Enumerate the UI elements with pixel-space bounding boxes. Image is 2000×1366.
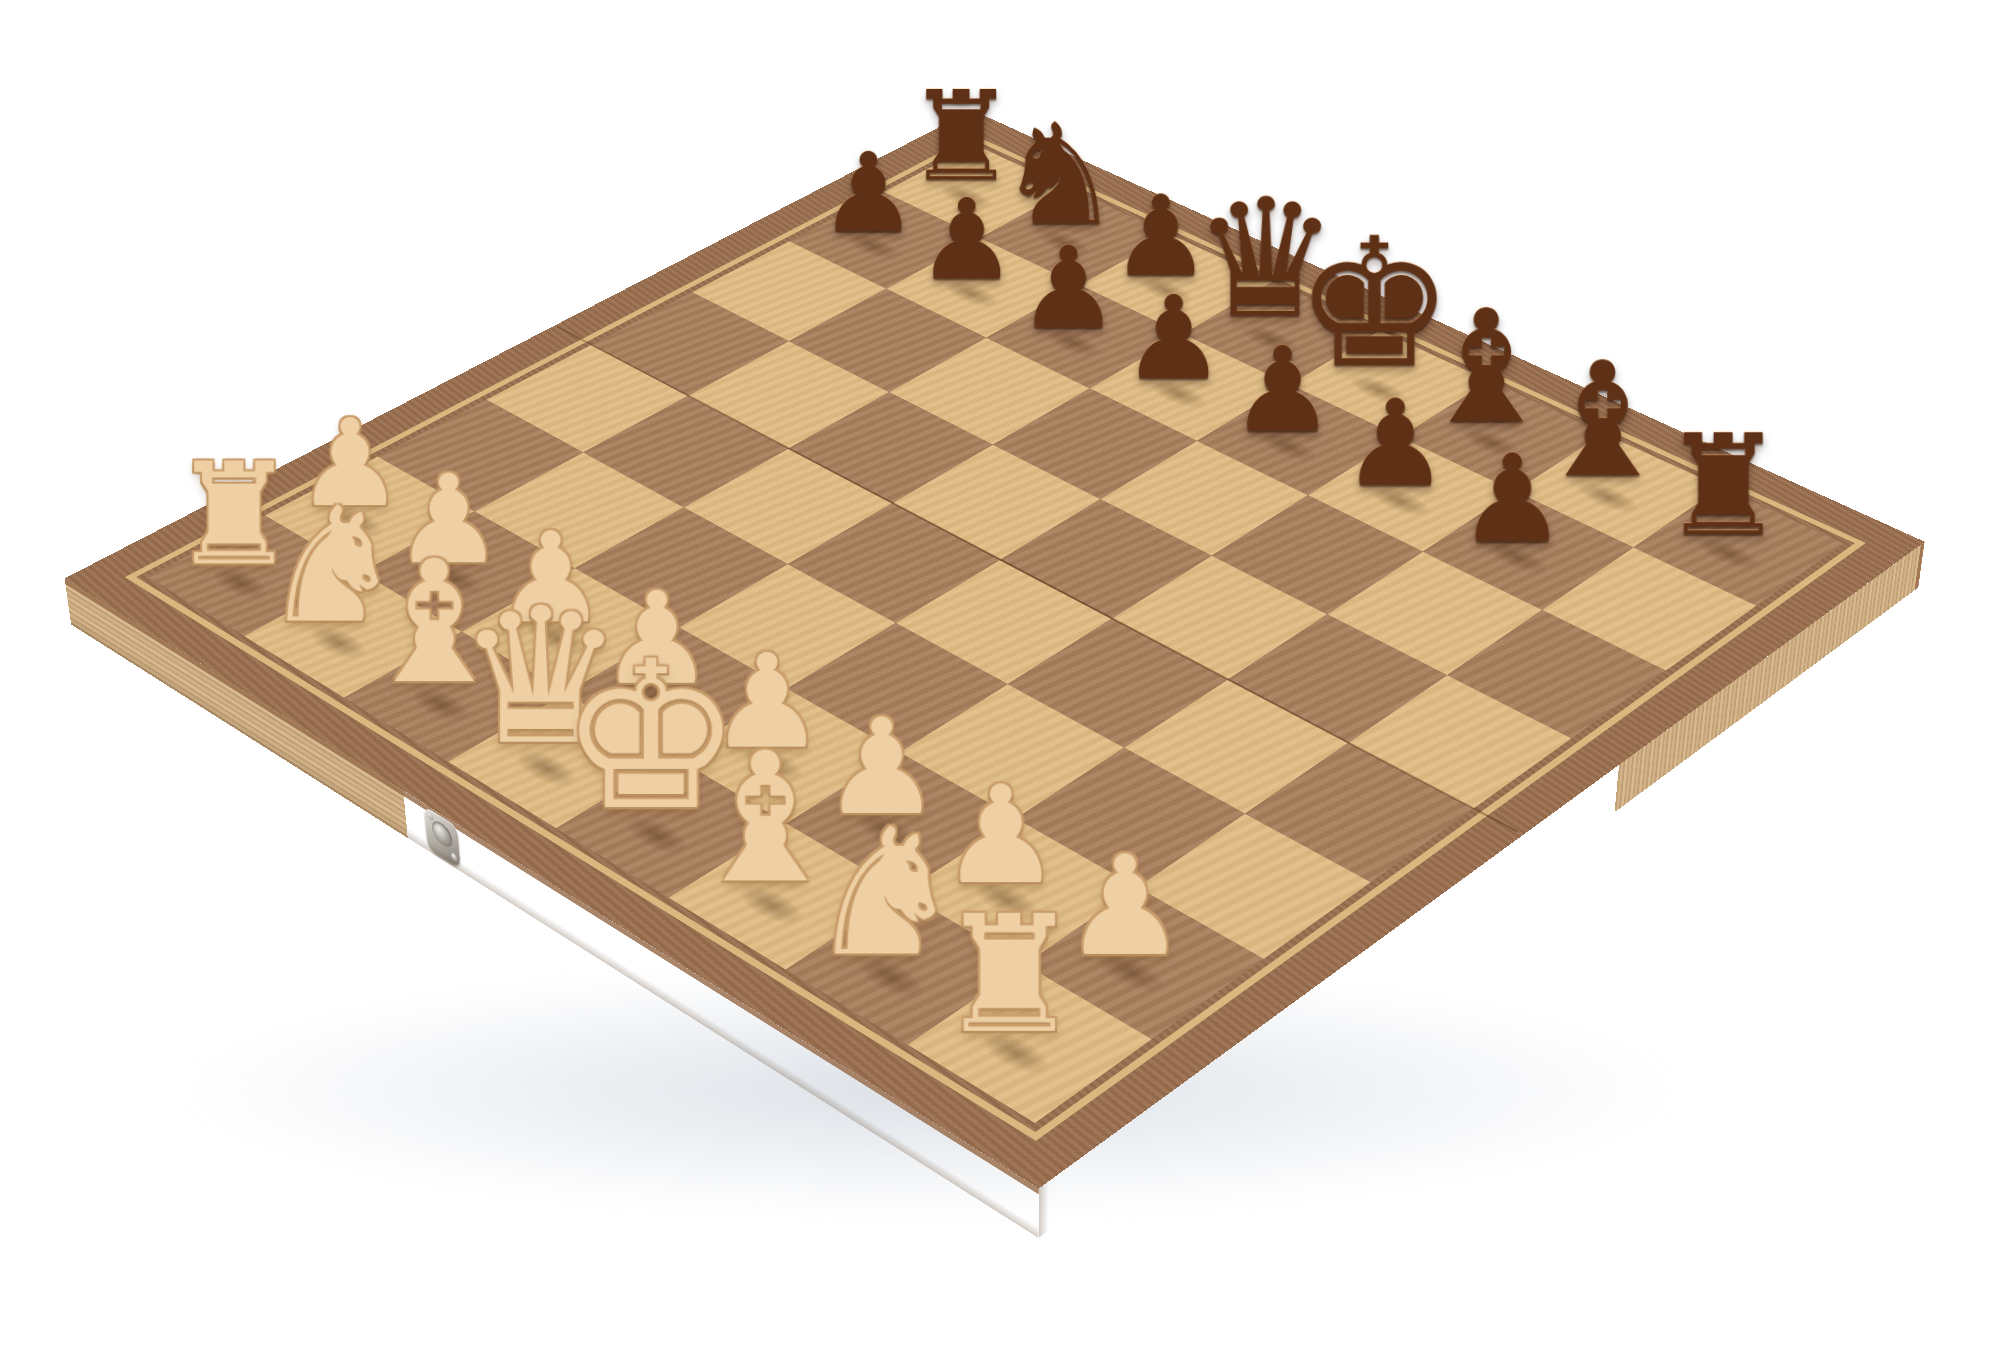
black-pawn-icon: ♟: [1342, 384, 1449, 504]
black-pawn-icon: ♟: [1230, 331, 1336, 449]
black-rook-icon: ♜: [1661, 416, 1786, 556]
black-pawn-icon: ♟: [917, 184, 1017, 296]
latch-hook: [431, 817, 453, 852]
black-pawn-icon: ♟: [1018, 231, 1120, 345]
white-rook-icon: ♜: [937, 894, 1082, 1056]
black-pawn-icon: ♟: [1122, 280, 1226, 396]
latch-screw: [451, 852, 457, 862]
latch-screw: [427, 811, 433, 821]
black-pawn-icon: ♟: [1458, 438, 1567, 560]
product-photo-scene: ♜♞♟♛♚♝♝♜♟♟♟♟♟♟♟♟♟♟♟♟♟♟♟♜♞♝♛♚♝♞♜: [0, 0, 2000, 1366]
black-pawn-icon: ♟: [819, 138, 918, 248]
